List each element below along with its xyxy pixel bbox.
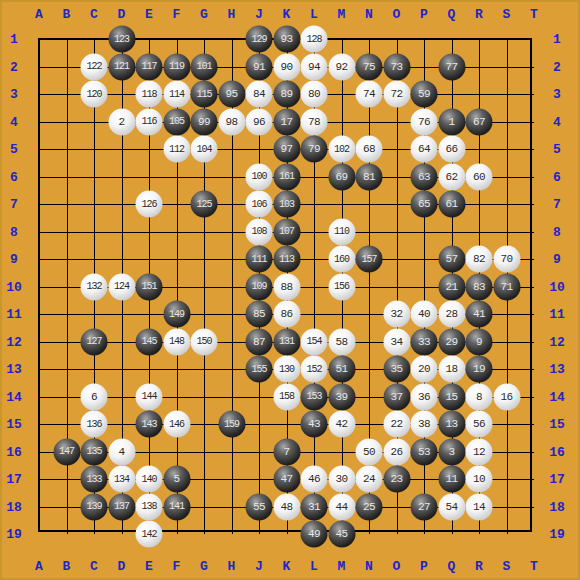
row-label-left-12: 12 [6,335,22,348]
stone-Q12-move-29[interactable]: 29 [438,328,465,355]
stone-P15-move-38[interactable]: 38 [411,411,438,438]
stone-number: 33 [418,336,430,347]
stone-M14-move-39[interactable]: 39 [328,383,355,410]
stone-number: 66 [445,144,457,155]
stone-K16-move-7[interactable]: 7 [273,438,300,465]
stone-Q2-move-77[interactable]: 77 [438,53,465,80]
stone-O15-move-22[interactable]: 22 [383,411,410,438]
stone-number: 37 [390,391,402,402]
column-label-bottom-F: F [173,560,181,573]
stone-number: 142 [141,529,156,539]
row-label-left-6: 6 [10,170,18,183]
stone-J9-move-111[interactable]: 111 [246,246,273,273]
stone-number: 133 [86,474,101,484]
stone-N9-move-157[interactable]: 157 [356,246,383,273]
column-label-bottom-K: K [283,560,291,573]
stone-F17-move-5[interactable]: 5 [163,466,190,493]
stone-D1-move-123[interactable]: 123 [108,26,135,53]
stone-R18-move-14[interactable]: 14 [466,493,493,520]
stone-Q11-move-28[interactable]: 28 [438,301,465,328]
row-label-right-17: 17 [549,473,565,486]
stone-number: 73 [390,61,402,72]
stone-L15-move-43[interactable]: 43 [301,411,328,438]
stone-R13-move-19[interactable]: 19 [466,356,493,383]
stone-P13-move-20[interactable]: 20 [411,356,438,383]
stone-F3-move-114[interactable]: 114 [163,81,190,108]
stone-L2-move-94[interactable]: 94 [301,53,328,80]
stone-R17-move-10[interactable]: 10 [466,466,493,493]
column-label-bottom-R: R [475,560,483,573]
stone-number: 82 [473,254,485,265]
stone-L12-move-154[interactable]: 154 [301,328,328,355]
stone-number: 122 [86,62,101,72]
stone-C17-move-133[interactable]: 133 [81,466,108,493]
stone-number: 112 [169,144,184,154]
stone-J3-move-84[interactable]: 84 [246,81,273,108]
stone-P5-move-64[interactable]: 64 [411,136,438,163]
stone-K11-move-86[interactable]: 86 [273,301,300,328]
stone-N16-move-50[interactable]: 50 [356,438,383,465]
stone-number: 36 [418,391,430,402]
stone-N17-move-24[interactable]: 24 [356,466,383,493]
stone-O16-move-26[interactable]: 26 [383,438,410,465]
stone-number: 59 [418,89,430,100]
stone-number: 77 [445,61,457,72]
stone-number: 138 [141,502,156,512]
column-label-bottom-N: N [365,560,373,573]
stone-number: 129 [251,34,266,44]
stone-number: 155 [251,364,266,374]
row-label-right-10: 10 [549,280,565,293]
stone-D17-move-134[interactable]: 134 [108,466,135,493]
stone-number: 31 [308,501,320,512]
stone-E18-move-138[interactable]: 138 [136,493,163,520]
stone-number: 101 [196,62,211,72]
stone-E12-move-145[interactable]: 145 [136,328,163,355]
stone-N2-move-75[interactable]: 75 [356,53,383,80]
stone-J7-move-106[interactable]: 106 [246,191,273,218]
column-label-top-M: M [338,8,346,21]
stone-number: 20 [418,364,430,375]
stone-number: 44 [335,501,347,512]
row-label-left-7: 7 [10,198,18,211]
stone-number: 21 [445,281,457,292]
stone-P6-move-63[interactable]: 63 [411,163,438,190]
stone-number: 17 [280,116,292,127]
stone-M17-move-30[interactable]: 30 [328,466,355,493]
stone-Q6-move-62[interactable]: 62 [438,163,465,190]
stone-number: 80 [308,89,320,100]
stone-N3-move-74[interactable]: 74 [356,81,383,108]
stone-K14-move-158[interactable]: 158 [273,383,300,410]
stone-C15-move-136[interactable]: 136 [81,411,108,438]
stone-F15-move-146[interactable]: 146 [163,411,190,438]
stone-P16-move-53[interactable]: 53 [411,438,438,465]
stone-number: 71 [500,281,512,292]
stone-number: 47 [280,474,292,485]
stone-number: 41 [473,309,485,320]
stone-L5-move-79[interactable]: 79 [301,136,328,163]
stone-Q5-move-66[interactable]: 66 [438,136,465,163]
stone-M10-move-156[interactable]: 156 [328,273,355,300]
stone-number: 150 [196,337,211,347]
stone-number: 89 [280,89,292,100]
stone-S9-move-70[interactable]: 70 [493,246,520,273]
stone-number: 63 [418,171,430,182]
stone-P7-move-65[interactable]: 65 [411,191,438,218]
stone-number: 117 [141,62,156,72]
stone-number: 48 [280,501,292,512]
stone-Q10-move-21[interactable]: 21 [438,273,465,300]
stone-O13-move-35[interactable]: 35 [383,356,410,383]
stone-M15-move-42[interactable]: 42 [328,411,355,438]
stone-J2-move-91[interactable]: 91 [246,53,273,80]
column-label-top-J: J [255,8,263,21]
stone-number: 92 [335,61,347,72]
stone-L17-move-46[interactable]: 46 [301,466,328,493]
stone-G5-move-104[interactable]: 104 [191,136,218,163]
stone-J12-move-87[interactable]: 87 [246,328,273,355]
stone-F2-move-119[interactable]: 119 [163,53,190,80]
column-label-top-R: R [475,8,483,21]
column-label-top-T: T [530,8,538,21]
stone-number: 151 [141,282,156,292]
stone-G4-move-99[interactable]: 99 [191,108,218,135]
stone-D2-move-121[interactable]: 121 [108,53,135,80]
row-label-left-1: 1 [10,33,18,46]
stone-number: 111 [251,254,266,264]
column-label-top-C: C [90,8,98,21]
stone-number: 87 [253,336,265,347]
stone-Q7-move-61[interactable]: 61 [438,191,465,218]
column-label-top-P: P [420,8,428,21]
stone-number: 126 [141,199,156,209]
stone-C2-move-122[interactable]: 122 [81,53,108,80]
stone-C16-move-135[interactable]: 135 [81,438,108,465]
stone-number: 84 [253,89,265,100]
column-label-bottom-L: L [310,560,318,573]
stone-C3-move-120[interactable]: 120 [81,81,108,108]
stone-C10-move-132[interactable]: 132 [81,273,108,300]
stone-E10-move-151[interactable]: 151 [136,273,163,300]
stone-R10-move-83[interactable]: 83 [466,273,493,300]
stone-number: 106 [251,199,266,209]
stone-R16-move-12[interactable]: 12 [466,438,493,465]
column-label-top-K: K [283,8,291,21]
stone-M18-move-44[interactable]: 44 [328,493,355,520]
stone-number: 10 [473,474,485,485]
stone-number: 99 [198,116,210,127]
stone-number: 43 [308,419,320,430]
stone-M5-move-102[interactable]: 102 [328,136,355,163]
stone-number: 58 [335,336,347,347]
column-label-top-L: L [310,8,318,21]
stone-number: 134 [114,474,129,484]
stone-M6-move-69[interactable]: 69 [328,163,355,190]
stone-R11-move-41[interactable]: 41 [466,301,493,328]
stone-Q9-move-57[interactable]: 57 [438,246,465,273]
column-label-top-A: A [35,8,43,21]
stone-D18-move-137[interactable]: 137 [108,493,135,520]
stone-K1-move-93[interactable]: 93 [273,26,300,53]
stone-R9-move-82[interactable]: 82 [466,246,493,273]
stone-J6-move-100[interactable]: 100 [246,163,273,190]
stone-number: 67 [473,116,485,127]
stone-D16-move-4[interactable]: 4 [108,438,135,465]
row-label-right-12: 12 [549,335,565,348]
stone-number: 46 [308,474,320,485]
stone-O3-move-72[interactable]: 72 [383,81,410,108]
stone-M2-move-92[interactable]: 92 [328,53,355,80]
stone-O2-move-73[interactable]: 73 [383,53,410,80]
stone-J4-move-96[interactable]: 96 [246,108,273,135]
stone-E4-move-116[interactable]: 116 [136,108,163,135]
row-label-left-19: 19 [6,528,22,541]
stone-number: 70 [500,254,512,265]
stone-R15-move-56[interactable]: 56 [466,411,493,438]
stone-B16-move-147[interactable]: 147 [53,438,80,465]
stone-K2-move-90[interactable]: 90 [273,53,300,80]
stone-Q13-move-18[interactable]: 18 [438,356,465,383]
stone-D10-move-124[interactable]: 124 [108,273,135,300]
stone-number: 75 [363,61,375,72]
stone-number: 9 [476,336,482,347]
stone-S10-move-71[interactable]: 71 [493,273,520,300]
stone-N18-move-25[interactable]: 25 [356,493,383,520]
stone-number: 114 [169,89,184,99]
stone-L14-move-153[interactable]: 153 [301,383,328,410]
row-label-right-5: 5 [553,143,561,156]
stone-O14-move-37[interactable]: 37 [383,383,410,410]
stone-F5-move-112[interactable]: 112 [163,136,190,163]
stone-number: 32 [390,309,402,320]
row-label-left-2: 2 [10,60,18,73]
stone-number: 136 [86,419,101,429]
stone-F11-move-149[interactable]: 149 [163,301,190,328]
stone-Q4-move-1[interactable]: 1 [438,108,465,135]
stone-Q16-move-3[interactable]: 3 [438,438,465,465]
stone-J13-move-155[interactable]: 155 [246,356,273,383]
stone-K12-move-131[interactable]: 131 [273,328,300,355]
stone-number: 51 [335,364,347,375]
stone-number: 7 [283,446,289,457]
stone-L4-move-78[interactable]: 78 [301,108,328,135]
stone-number: 26 [390,446,402,457]
stone-E3-move-118[interactable]: 118 [136,81,163,108]
stone-K7-move-103[interactable]: 103 [273,191,300,218]
stone-M19-move-45[interactable]: 45 [328,521,355,548]
stone-K18-move-48[interactable]: 48 [273,493,300,520]
column-label-top-D: D [118,8,126,21]
stone-number: 29 [445,336,457,347]
stone-J18-move-55[interactable]: 55 [246,493,273,520]
stone-M13-move-51[interactable]: 51 [328,356,355,383]
stone-S14-move-16[interactable]: 16 [493,383,520,410]
row-label-right-8: 8 [553,225,561,238]
stone-P14-move-36[interactable]: 36 [411,383,438,410]
stone-number: 160 [334,254,349,264]
stone-number: 5 [173,474,179,485]
stone-O17-move-23[interactable]: 23 [383,466,410,493]
stone-number: 27 [418,501,430,512]
row-label-right-9: 9 [553,253,561,266]
stone-K10-move-88[interactable]: 88 [273,273,300,300]
stone-M12-move-58[interactable]: 58 [328,328,355,355]
column-label-bottom-C: C [90,560,98,573]
column-label-bottom-B: B [63,560,71,573]
stone-number: 25 [363,501,375,512]
stone-L18-move-31[interactable]: 31 [301,493,328,520]
stone-number: 11 [445,474,457,485]
row-label-left-8: 8 [10,225,18,238]
stone-number: 148 [169,337,184,347]
stone-number: 152 [306,364,321,374]
stone-K17-move-47[interactable]: 47 [273,466,300,493]
stone-J8-move-108[interactable]: 108 [246,218,273,245]
stone-number: 16 [500,391,512,402]
stone-R6-move-60[interactable]: 60 [466,163,493,190]
stone-E15-move-143[interactable]: 143 [136,411,163,438]
stone-Q14-move-15[interactable]: 15 [438,383,465,410]
stone-E7-move-126[interactable]: 126 [136,191,163,218]
stone-G7-move-125[interactable]: 125 [191,191,218,218]
stone-number: 72 [390,89,402,100]
stone-number: 110 [334,227,349,237]
stone-number: 85 [253,309,265,320]
column-label-top-H: H [228,8,236,21]
stone-number: 143 [141,419,156,429]
stone-E17-move-140[interactable]: 140 [136,466,163,493]
stone-L13-move-152[interactable]: 152 [301,356,328,383]
stone-number: 161 [279,172,294,182]
stone-number: 81 [363,171,375,182]
stone-number: 56 [473,419,485,430]
stone-D4-move-2[interactable]: 2 [108,108,135,135]
column-label-bottom-T: T [530,560,538,573]
stone-O12-move-34[interactable]: 34 [383,328,410,355]
stone-number: 22 [390,419,402,430]
stone-H4-move-98[interactable]: 98 [218,108,245,135]
stone-number: 146 [169,419,184,429]
stone-number: 64 [418,144,430,155]
stone-J11-move-85[interactable]: 85 [246,301,273,328]
stone-K5-move-97[interactable]: 97 [273,136,300,163]
row-label-left-10: 10 [6,280,22,293]
stone-L19-move-49[interactable]: 49 [301,521,328,548]
stone-F18-move-141[interactable]: 141 [163,493,190,520]
stone-P4-move-76[interactable]: 76 [411,108,438,135]
stone-M9-move-160[interactable]: 160 [328,246,355,273]
column-label-top-S: S [503,8,511,21]
stone-number: 34 [390,336,402,347]
stone-N6-move-81[interactable]: 81 [356,163,383,190]
stone-number: 125 [196,199,211,209]
stone-P3-move-59[interactable]: 59 [411,81,438,108]
stone-number: 88 [280,281,292,292]
stone-number: 13 [445,419,457,430]
stone-number: 8 [476,391,482,402]
stone-number: 15 [445,391,457,402]
stone-number: 50 [363,446,375,457]
stone-M8-move-110[interactable]: 110 [328,218,355,245]
stone-number: 135 [86,447,101,457]
stone-number: 103 [279,199,294,209]
stone-K13-move-130[interactable]: 130 [273,356,300,383]
stone-number: 97 [280,144,292,155]
stone-Q17-move-11[interactable]: 11 [438,466,465,493]
row-label-right-19: 19 [549,528,565,541]
stone-number: 61 [445,199,457,210]
stone-number: 90 [280,61,292,72]
stone-K9-move-113[interactable]: 113 [273,246,300,273]
stone-C18-move-139[interactable]: 139 [81,493,108,520]
stone-L1-move-128[interactable]: 128 [301,26,328,53]
stone-F12-move-148[interactable]: 148 [163,328,190,355]
stone-R12-move-9[interactable]: 9 [466,328,493,355]
stone-O11-move-32[interactable]: 32 [383,301,410,328]
stone-G3-move-115[interactable]: 115 [191,81,218,108]
stone-H15-move-159[interactable]: 159 [218,411,245,438]
row-label-left-9: 9 [10,253,18,266]
stone-H3-move-95[interactable]: 95 [218,81,245,108]
stone-number: 62 [445,171,457,182]
stone-E2-move-117[interactable]: 117 [136,53,163,80]
row-label-left-16: 16 [6,445,22,458]
stone-number: 119 [169,62,184,72]
stone-Q18-move-54[interactable]: 54 [438,493,465,520]
stone-number: 23 [390,474,402,485]
stone-G2-move-101[interactable]: 101 [191,53,218,80]
stone-C12-move-127[interactable]: 127 [81,328,108,355]
stone-K8-move-107[interactable]: 107 [273,218,300,245]
stone-C14-move-6[interactable]: 6 [81,383,108,410]
stone-number: 147 [59,447,74,457]
stone-R4-move-67[interactable]: 67 [466,108,493,135]
stone-R14-move-8[interactable]: 8 [466,383,493,410]
column-label-bottom-D: D [118,560,126,573]
stone-E14-move-144[interactable]: 144 [136,383,163,410]
stone-P11-move-40[interactable]: 40 [411,301,438,328]
stone-number: 60 [473,171,485,182]
stone-number: 49 [308,529,320,540]
stone-K6-move-161[interactable]: 161 [273,163,300,190]
column-label-top-G: G [200,8,208,21]
stone-number: 91 [253,61,265,72]
stone-J10-move-109[interactable]: 109 [246,273,273,300]
stone-L3-move-80[interactable]: 80 [301,81,328,108]
stone-number: 28 [445,309,457,320]
stone-number: 105 [169,117,184,127]
stone-number: 130 [279,364,294,374]
stone-N5-move-68[interactable]: 68 [356,136,383,163]
stone-K4-move-17[interactable]: 17 [273,108,300,135]
stone-Q15-move-13[interactable]: 13 [438,411,465,438]
row-label-right-1: 1 [553,33,561,46]
stone-K3-move-89[interactable]: 89 [273,81,300,108]
stone-G12-move-150[interactable]: 150 [191,328,218,355]
stone-number: 12 [473,446,485,457]
row-label-right-16: 16 [549,445,565,458]
stone-F4-move-105[interactable]: 105 [163,108,190,135]
row-label-right-11: 11 [549,308,565,321]
stone-P18-move-27[interactable]: 27 [411,493,438,520]
stone-P12-move-33[interactable]: 33 [411,328,438,355]
stone-number: 1 [448,116,454,127]
stone-J1-move-129[interactable]: 129 [246,26,273,53]
row-label-left-11: 11 [6,308,22,321]
stone-E19-move-142[interactable]: 142 [136,521,163,548]
row-label-left-15: 15 [6,418,22,431]
